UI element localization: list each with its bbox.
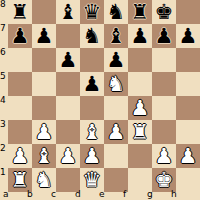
white-bishop: ♝ — [32, 144, 56, 168]
square-a5[interactable] — [8, 72, 32, 96]
rank-label-7: 7 — [0, 24, 8, 48]
square-a8[interactable]: ♜ — [8, 0, 32, 24]
square-c2[interactable]: ♟ — [56, 144, 80, 168]
rank-label-8: 8 — [0, 0, 8, 24]
white-pawn: ♟ — [104, 120, 128, 144]
square-b8[interactable] — [32, 0, 56, 24]
square-c6[interactable]: ♟ — [56, 48, 80, 72]
white-pawn: ♟ — [176, 144, 200, 168]
square-b4[interactable] — [32, 96, 56, 120]
rank-label-5: 5 — [0, 72, 8, 96]
square-e8[interactable]: ♞ — [104, 0, 128, 24]
rank-label-6: 6 — [0, 48, 8, 72]
square-c4[interactable] — [56, 96, 80, 120]
square-h5[interactable] — [176, 72, 200, 96]
white-knight: ♞ — [104, 72, 128, 96]
square-d4[interactable] — [80, 96, 104, 120]
black-bishop: ♝ — [104, 24, 128, 48]
square-h3[interactable] — [176, 120, 200, 144]
white-pawn: ♟ — [128, 96, 152, 120]
black-rook: ♜ — [128, 0, 152, 24]
rank-label-2: 2 — [0, 144, 8, 168]
white-pawn: ♟ — [56, 144, 80, 168]
file-label-text: b — [27, 190, 33, 199]
file-label-text: f — [123, 190, 126, 199]
square-g4[interactable] — [152, 96, 176, 120]
square-g3[interactable] — [152, 120, 176, 144]
square-d6[interactable] — [80, 48, 104, 72]
black-pawn: ♟ — [56, 48, 80, 72]
square-e2[interactable] — [104, 144, 128, 168]
black-rook: ♜ — [8, 0, 32, 24]
square-b7[interactable]: ♟ — [32, 24, 56, 48]
square-d3[interactable]: ♝ — [80, 120, 104, 144]
file-label-text: e — [99, 190, 105, 199]
black-pawn: ♟ — [104, 48, 128, 72]
white-pawn: ♟ — [152, 144, 176, 168]
square-b6[interactable] — [32, 48, 56, 72]
square-a7[interactable]: ♟ — [8, 24, 32, 48]
white-pawn: ♟ — [8, 144, 32, 168]
chess-board: 8♜♝♛♞♜♚7♟♟♞♝♟♟♟6♟♟5♟♞4♟3♟♝♟♜2♟♝♟♟♟♟1♜♞♛♚… — [0, 0, 200, 200]
square-h4[interactable] — [176, 96, 200, 120]
white-rook: ♜ — [128, 120, 152, 144]
square-h6[interactable] — [176, 48, 200, 72]
black-bishop: ♝ — [56, 0, 80, 24]
black-pawn: ♟ — [128, 24, 152, 48]
black-pawn: ♟ — [80, 72, 104, 96]
square-a2[interactable]: ♟ — [8, 144, 32, 168]
file-label-text: d — [75, 190, 81, 199]
square-g2[interactable]: ♟ — [152, 144, 176, 168]
white-pawn: ♟ — [80, 144, 104, 168]
square-h2[interactable]: ♟ — [176, 144, 200, 168]
file-label-text: a — [3, 190, 9, 199]
black-queen: ♛ — [80, 0, 104, 24]
square-f2[interactable] — [128, 144, 152, 168]
square-b2[interactable]: ♝ — [32, 144, 56, 168]
square-d2[interactable]: ♟ — [80, 144, 104, 168]
file-label-text: h — [171, 190, 177, 199]
black-pawn: ♟ — [152, 24, 176, 48]
file-label-text: g — [147, 190, 153, 199]
file-label-text: c — [51, 190, 56, 199]
square-f4[interactable]: ♟ — [128, 96, 152, 120]
square-d5[interactable]: ♟ — [80, 72, 104, 96]
white-bishop: ♝ — [80, 120, 104, 144]
file-label-h: h — [176, 192, 200, 200]
square-f8[interactable]: ♜ — [128, 0, 152, 24]
square-e6[interactable]: ♟ — [104, 48, 128, 72]
square-e5[interactable]: ♞ — [104, 72, 128, 96]
square-b3[interactable]: ♟ — [32, 120, 56, 144]
square-a6[interactable] — [8, 48, 32, 72]
square-g7[interactable]: ♟ — [152, 24, 176, 48]
square-e3[interactable]: ♟ — [104, 120, 128, 144]
rank-label-3: 3 — [0, 120, 8, 144]
square-h7[interactable]: ♟ — [176, 24, 200, 48]
square-g8[interactable]: ♚ — [152, 0, 176, 24]
black-pawn: ♟ — [32, 24, 56, 48]
white-pawn: ♟ — [32, 120, 56, 144]
square-f7[interactable]: ♟ — [128, 24, 152, 48]
square-c5[interactable] — [56, 72, 80, 96]
square-g5[interactable] — [152, 72, 176, 96]
square-a3[interactable] — [8, 120, 32, 144]
black-knight: ♞ — [104, 0, 128, 24]
square-c3[interactable] — [56, 120, 80, 144]
square-d8[interactable]: ♛ — [80, 0, 104, 24]
square-g6[interactable] — [152, 48, 176, 72]
square-d7[interactable]: ♞ — [80, 24, 104, 48]
square-f6[interactable] — [128, 48, 152, 72]
black-pawn: ♟ — [176, 24, 200, 48]
black-knight: ♞ — [80, 24, 104, 48]
black-king: ♚ — [152, 0, 176, 24]
square-e7[interactable]: ♝ — [104, 24, 128, 48]
square-c7[interactable] — [56, 24, 80, 48]
square-f3[interactable]: ♜ — [128, 120, 152, 144]
square-h1[interactable] — [176, 168, 200, 192]
square-f5[interactable] — [128, 72, 152, 96]
square-b5[interactable] — [32, 72, 56, 96]
square-e4[interactable] — [104, 96, 128, 120]
black-pawn: ♟ — [8, 24, 32, 48]
rank-label-4: 4 — [0, 96, 8, 120]
square-c8[interactable]: ♝ — [56, 0, 80, 24]
square-a4[interactable] — [8, 96, 32, 120]
square-h8[interactable] — [176, 0, 200, 24]
